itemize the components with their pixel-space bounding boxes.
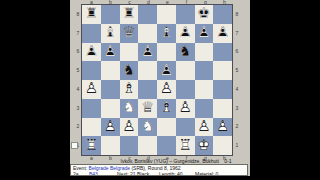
square-g1: ♚♔ <box>195 136 214 155</box>
square-d6: ♟♙ <box>138 43 157 62</box>
black-knight-c5: ♞♘ <box>120 61 139 80</box>
black-pawn-h7: ♟♙ <box>213 24 232 43</box>
square-f4 <box>176 80 195 99</box>
rank-label-1: 1 <box>234 136 240 155</box>
white-bishop-e3: ♝♗ <box>157 99 176 118</box>
square-a2 <box>82 118 101 137</box>
square-e6 <box>157 43 176 62</box>
square-c3: ♞♘ <box>120 99 139 118</box>
square-e5: ♟♙ <box>157 61 176 80</box>
square-g8: ♚♔ <box>195 5 214 24</box>
square-a8: ♜♖ <box>82 5 101 24</box>
square-a5 <box>82 61 101 80</box>
square-b4 <box>101 80 120 99</box>
square-f8 <box>176 5 195 24</box>
square-g7: ♟♙ <box>195 24 214 43</box>
square-e7: ♝♗ <box>157 24 176 43</box>
chess-viewer: abcdefgh 87654321 87654321 abcdefgh ♜♖♜♖… <box>70 0 250 180</box>
square-c1 <box>120 136 139 155</box>
square-b5 <box>101 61 120 80</box>
square-g4 <box>195 80 214 99</box>
square-h2: ♟♙ <box>213 118 232 137</box>
square-c6 <box>120 43 139 62</box>
black-rook-a8: ♜♖ <box>82 5 101 24</box>
black-rook-c8: ♜♖ <box>120 5 139 24</box>
side-to-move-indicator <box>71 142 78 149</box>
white-pawn-c2: ♟♙ <box>120 118 139 137</box>
square-c7: ♛♕ <box>120 24 139 43</box>
square-h6 <box>213 43 232 62</box>
black-pawn-e5: ♟♙ <box>157 61 176 80</box>
square-a6: ♟♙ <box>82 43 101 62</box>
white-pawn-h2: ♟♙ <box>213 118 232 137</box>
square-g6 <box>195 43 214 62</box>
black-bishop-e7: ♝♗ <box>157 24 176 43</box>
black-pawn-g7: ♟♙ <box>195 24 214 43</box>
square-c4: ♝♗ <box>120 80 139 99</box>
square-b3 <box>101 99 120 118</box>
square-d3: ♛♕ <box>138 99 157 118</box>
square-a7 <box>82 24 101 43</box>
square-e3: ♝♗ <box>157 99 176 118</box>
square-g3 <box>195 99 214 118</box>
square-h4 <box>213 80 232 99</box>
square-g2: ♟♙ <box>195 118 214 137</box>
white-queen-d3: ♛♕ <box>138 99 157 118</box>
square-b8 <box>101 5 120 24</box>
square-h5 <box>213 61 232 80</box>
square-d5 <box>138 61 157 80</box>
rank-label-7: 7 <box>234 24 240 43</box>
square-f3: ♟♙ <box>176 99 195 118</box>
white-knight-c3: ♞♘ <box>120 99 139 118</box>
square-f2 <box>176 118 195 137</box>
square-c2: ♟♙ <box>120 118 139 137</box>
square-d4 <box>138 80 157 99</box>
square-f5 <box>176 61 195 80</box>
black-knight-f6: ♞♘ <box>176 43 195 62</box>
square-e2 <box>157 118 176 137</box>
rank-label-5: 5 <box>234 61 240 80</box>
white-rook-f1: ♜♖ <box>176 136 195 155</box>
square-c8: ♜♖ <box>120 5 139 24</box>
white-pawn-g2: ♟♙ <box>195 118 214 137</box>
white-knight-d2: ♞♘ <box>138 118 157 137</box>
square-g5 <box>195 61 214 80</box>
square-d2: ♞♘ <box>138 118 157 137</box>
black-queen-c7: ♛♕ <box>120 24 139 43</box>
black-pawn-d6: ♟♙ <box>138 43 157 62</box>
square-b7: ♝♗ <box>101 24 120 43</box>
square-e1 <box>157 136 176 155</box>
rank-label-6: 6 <box>234 43 240 62</box>
white-pawn-e4: ♟♙ <box>157 80 176 99</box>
square-h7: ♟♙ <box>213 24 232 43</box>
video-frame: abcdefgh 87654321 87654321 abcdefgh ♜♖♜♖… <box>0 0 320 180</box>
white-pawn-b2: ♟♙ <box>101 118 120 137</box>
rank-label-4: 4 <box>234 80 240 99</box>
square-h8 <box>213 5 232 24</box>
rank-label-8: 8 <box>234 5 240 24</box>
white-king-g1: ♚♔ <box>195 136 214 155</box>
square-e4: ♟♙ <box>157 80 176 99</box>
square-b1 <box>101 136 120 155</box>
square-h3 <box>213 99 232 118</box>
white-pawn-a4: ♟♙ <box>82 80 101 99</box>
square-a3 <box>82 99 101 118</box>
chess-board: ♜♖♜♖♚♔♝♗♛♕♝♗♟♙♟♙♟♙♟♙♟♙♟♙♞♘♞♘♟♙♟♙♝♗♟♙♞♘♛♕… <box>81 4 233 156</box>
black-bishop-b7: ♝♗ <box>101 24 120 43</box>
black-pawn-f7: ♟♙ <box>176 24 195 43</box>
square-b2: ♟♙ <box>101 118 120 137</box>
square-f7: ♟♙ <box>176 24 195 43</box>
square-d8 <box>138 5 157 24</box>
game-info-box: Event: Belgrade Belgrade (SRB), Round 8,… <box>70 164 248 176</box>
white-rook-a1: ♜♖ <box>82 136 101 155</box>
square-f6: ♞♘ <box>176 43 195 62</box>
square-d1 <box>138 136 157 155</box>
rank-label-2: 2 <box>234 118 240 137</box>
black-pawn-a6: ♟♙ <box>82 43 101 62</box>
white-bishop-c4: ♝♗ <box>120 80 139 99</box>
square-c5: ♞♘ <box>120 61 139 80</box>
square-d7 <box>138 24 157 43</box>
black-king-g8: ♚♔ <box>195 5 214 24</box>
square-a1: ♜♖ <box>82 136 101 155</box>
white-pawn-f3: ♟♙ <box>176 99 195 118</box>
square-a4: ♟♙ <box>82 80 101 99</box>
bottom-black-bar <box>70 176 250 180</box>
square-b6: ♟♙ <box>101 43 120 62</box>
square-f1: ♜♖ <box>176 136 195 155</box>
rank-labels-right: 87654321 <box>234 5 240 155</box>
black-pawn-b6: ♟♙ <box>101 43 120 62</box>
square-e8 <box>157 5 176 24</box>
square-h1 <box>213 136 232 155</box>
rank-label-3: 3 <box>234 99 240 118</box>
